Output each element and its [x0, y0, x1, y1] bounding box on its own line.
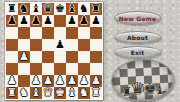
white-knight: ♞	[19, 87, 29, 99]
square-d7[interactable]: ♟	[42, 15, 54, 27]
square-c7[interactable]: ♟	[30, 15, 42, 27]
chess-board: ♜♞♝♛♚♝♞♜♟♟♟♟♟♟♟♟♟♟♟♟♟♟♟♟♜♞♝♛♚♝♞♜	[5, 2, 103, 100]
square-h7[interactable]: ♟	[90, 15, 102, 27]
square-b3[interactable]	[18, 63, 30, 75]
square-b4[interactable]: ♟	[18, 51, 30, 63]
black-pawn: ♟	[91, 15, 101, 27]
square-a1[interactable]: ♜	[6, 87, 18, 99]
square-g1[interactable]: ♞	[78, 87, 90, 99]
square-f7[interactable]: ♟	[66, 15, 78, 27]
square-d5[interactable]	[42, 39, 54, 51]
square-c4[interactable]	[30, 51, 42, 63]
square-a5[interactable]	[6, 39, 18, 51]
square-g5[interactable]	[78, 39, 90, 51]
square-a7[interactable]: ♟	[6, 15, 18, 27]
square-b7[interactable]: ♟	[18, 15, 30, 27]
about-button-label: About	[127, 34, 148, 41]
square-h1[interactable]: ♜	[90, 87, 102, 99]
about-button[interactable]: About	[114, 31, 161, 44]
square-e8[interactable]: ♚	[54, 3, 66, 15]
engraving-piece-glyph: ♝	[155, 85, 165, 97]
black-pawn: ♟	[55, 39, 65, 51]
square-c6[interactable]	[30, 27, 42, 39]
square-h6[interactable]	[90, 27, 102, 39]
square-g7[interactable]: ♟	[78, 15, 90, 27]
square-e7[interactable]	[54, 15, 66, 27]
chess-pieces-engraving-image: ♜♛♚♝	[110, 57, 175, 102]
square-e4[interactable]	[54, 51, 66, 63]
black-pawn: ♟	[19, 15, 29, 27]
square-c5[interactable]	[30, 39, 42, 51]
square-f6[interactable]	[66, 27, 78, 39]
square-f4[interactable]	[66, 51, 78, 63]
white-queen: ♛	[43, 87, 53, 99]
square-d4[interactable]	[42, 51, 54, 63]
white-bishop: ♝	[67, 87, 77, 99]
square-a6[interactable]	[6, 27, 18, 39]
white-bishop: ♝	[31, 87, 41, 99]
square-d6[interactable]	[42, 27, 54, 39]
chess-app-window: ♜♞♝♛♚♝♞♜♟♟♟♟♟♟♟♟♟♟♟♟♟♟♟♟♜♞♝♛♚♝♞♜ New Gam…	[0, 0, 180, 102]
square-f1[interactable]: ♝	[66, 87, 78, 99]
black-pawn: ♟	[7, 15, 17, 27]
square-f5[interactable]	[66, 39, 78, 51]
square-h4[interactable]	[90, 51, 102, 63]
white-king: ♚	[55, 87, 65, 99]
square-c1[interactable]: ♝	[30, 87, 42, 99]
new-game-button[interactable]: New Game	[114, 11, 161, 25]
square-e1[interactable]: ♚	[54, 87, 66, 99]
black-king: ♚	[55, 3, 65, 15]
square-a4[interactable]	[6, 51, 18, 63]
white-rook: ♜	[91, 87, 101, 99]
black-pawn: ♟	[43, 15, 53, 27]
new-game-button-label: New Game	[119, 15, 157, 22]
square-g6[interactable]	[78, 27, 90, 39]
square-g4[interactable]	[78, 51, 90, 63]
black-pawn: ♟	[79, 15, 89, 27]
black-pawn: ♟	[67, 15, 77, 27]
black-pawn: ♟	[31, 15, 41, 27]
square-b6[interactable]	[18, 27, 30, 39]
square-d1[interactable]: ♛	[42, 87, 54, 99]
square-h5[interactable]	[90, 39, 102, 51]
white-pawn: ♟	[19, 51, 29, 63]
exit-button-label: Exit	[131, 49, 145, 56]
square-e5[interactable]: ♟	[54, 39, 66, 51]
white-rook: ♜	[7, 87, 17, 99]
white-knight: ♞	[79, 87, 89, 99]
exit-button[interactable]: Exit	[114, 46, 161, 59]
square-b1[interactable]: ♞	[18, 87, 30, 99]
